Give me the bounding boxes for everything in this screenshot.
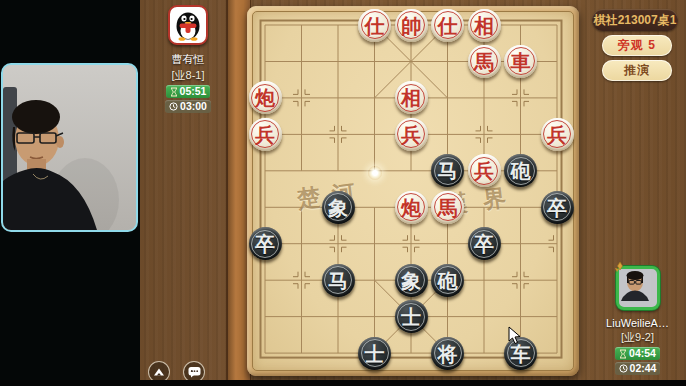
piece-red-馬[interactable]: 馬 <box>468 45 501 78</box>
player-bottom-panel: LiuWeilieA… [业9-2] 04:54 02:44 <box>590 266 685 375</box>
piece-black-卒[interactable]: 卒 <box>541 191 574 224</box>
xiangqi-live-stream-screen: 楚河 漢界 仕帥仕相馬車炮相兵兵兵马兵砲象炮馬卒卒卒马象砲士士将车 <box>0 0 686 386</box>
webcam-strip <box>0 0 140 386</box>
piece-red-仕[interactable]: 仕 <box>431 9 464 42</box>
piece-red-車[interactable]: 車 <box>504 45 537 78</box>
piece-red-相[interactable]: 相 <box>395 81 428 114</box>
piece-red-相[interactable]: 相 <box>468 9 501 42</box>
piece-black-士[interactable]: 士 <box>358 337 391 370</box>
hourglass-icon <box>619 349 627 359</box>
piece-black-卒[interactable]: 卒 <box>249 227 282 260</box>
player-top-name: 曹有恒 <box>172 52 205 67</box>
piece-red-帥[interactable]: 帥 <box>395 9 428 42</box>
gold-leaf-icon <box>614 262 626 274</box>
piece-red-炮[interactable]: 炮 <box>395 191 428 224</box>
chat-bubble-icon <box>188 366 201 378</box>
mouse-cursor <box>508 326 521 345</box>
analyze-button[interactable]: 推演 <box>602 60 672 81</box>
player-top-panel: 曹有恒 [业8-1] 05:51 03:00 <box>141 5 235 113</box>
piece-red-兵[interactable]: 兵 <box>468 154 501 187</box>
player-top-rank: [业8-1] <box>171 68 204 83</box>
piece-red-兵[interactable]: 兵 <box>249 118 282 151</box>
piece-black-砲[interactable]: 砲 <box>431 264 464 297</box>
xiangqi-board[interactable]: 楚河 漢界 仕帥仕相馬車炮相兵兵兵马兵砲象炮馬卒卒卒马象砲士士将车 <box>247 6 579 376</box>
table-label: 棋社213007桌1 <box>592 9 678 31</box>
piece-black-马[interactable]: 马 <box>322 264 355 297</box>
clock-icon <box>619 364 628 373</box>
player-top-move-timer: 03:00 <box>165 100 211 113</box>
chevron-up-icon <box>153 367 165 378</box>
bottom-bar <box>0 380 686 386</box>
piece-red-炮[interactable]: 炮 <box>249 81 282 114</box>
webcam-person <box>3 65 136 230</box>
piece-red-兵[interactable]: 兵 <box>541 118 574 151</box>
piece-black-象[interactable]: 象 <box>322 191 355 224</box>
player-bottom-rank: [业9-2] <box>621 330 654 345</box>
hourglass-icon <box>170 87 178 97</box>
webcam-video <box>1 63 138 232</box>
piece-black-象[interactable]: 象 <box>395 264 428 297</box>
clock-icon <box>169 102 178 111</box>
piece-red-馬[interactable]: 馬 <box>431 191 464 224</box>
piece-black-士[interactable]: 士 <box>395 300 428 333</box>
piece-red-仕[interactable]: 仕 <box>358 9 391 42</box>
player-bottom-move-timer: 02:44 <box>615 362 661 375</box>
piece-black-砲[interactable]: 砲 <box>504 154 537 187</box>
piece-black-将[interactable]: 将 <box>431 337 464 370</box>
piece-red-兵[interactable]: 兵 <box>395 118 428 151</box>
spectate-button[interactable]: 旁观 5 <box>602 35 672 56</box>
piece-black-卒[interactable]: 卒 <box>468 227 501 260</box>
move-hint-dot <box>368 166 382 180</box>
player-top-game-timer: 05:51 <box>166 85 211 98</box>
player-bottom-name: LiuWeilieA… <box>606 317 669 329</box>
player-bottom-avatar[interactable] <box>616 266 660 310</box>
player-bottom-game-timer: 04:54 <box>615 347 660 360</box>
qq-penguin-avatar[interactable] <box>168 5 208 45</box>
piece-black-马[interactable]: 马 <box>431 154 464 187</box>
qq-penguin-icon <box>170 7 206 43</box>
